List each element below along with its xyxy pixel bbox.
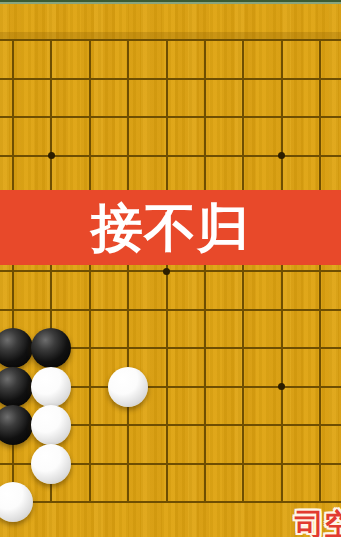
black-stone xyxy=(0,328,33,368)
star-point xyxy=(278,152,285,159)
white-stone xyxy=(108,367,148,407)
grid-line xyxy=(0,270,341,272)
lesson-title-text: 接不归 xyxy=(91,202,250,254)
go-board[interactable] xyxy=(0,40,341,502)
watermark-text: 司空 xyxy=(295,505,341,537)
white-stone xyxy=(31,367,71,407)
lesson-title-banner: 接不归 xyxy=(0,190,341,265)
white-stone xyxy=(31,405,71,445)
black-stone xyxy=(0,367,33,407)
white-stone xyxy=(31,444,71,484)
grid-line xyxy=(281,39,283,503)
star-point xyxy=(278,383,285,390)
grid-line xyxy=(204,39,206,503)
black-stone xyxy=(0,405,33,445)
grid-line xyxy=(242,39,244,503)
grid-line xyxy=(319,39,321,503)
top-border-strip xyxy=(0,0,341,4)
grid-line xyxy=(0,309,341,311)
star-point xyxy=(163,268,170,275)
star-point xyxy=(48,152,55,159)
black-stone xyxy=(31,328,71,368)
grid-line xyxy=(0,501,341,503)
